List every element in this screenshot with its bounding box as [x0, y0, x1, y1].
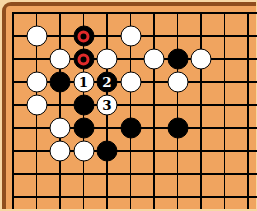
intersection-c7 [48, 140, 72, 163]
intersection-d4: 1 [72, 71, 96, 94]
grid-line-v [83, 186, 84, 209]
white-stone [73, 141, 94, 162]
grid-line-v [224, 71, 225, 94]
intersection-f8 [119, 163, 143, 186]
grid-line-h [12, 196, 24, 197]
intersection-f1 [119, 2, 143, 25]
intersection-b8 [25, 163, 49, 186]
grid-line-v [177, 12, 178, 24]
intersection-j2 [213, 25, 237, 48]
intersection-b6 [25, 117, 49, 140]
intersection-g7 [142, 140, 166, 163]
intersection-i8 [189, 163, 213, 186]
intersection-a3 [1, 48, 25, 71]
grid-line-h [12, 81, 24, 82]
intersection-b1 [25, 2, 49, 25]
intersection-b2 [25, 25, 49, 48]
grid-line-h [12, 127, 24, 128]
grid-line-v [200, 117, 201, 140]
circle-mark [78, 30, 90, 42]
white-stone [26, 72, 47, 93]
grid-line-v [130, 94, 131, 117]
grid-line-v [200, 71, 201, 94]
move-number: 3 [102, 98, 111, 112]
intersection-a9 [1, 186, 25, 209]
grid-line-v [12, 12, 13, 24]
intersection-k7 [236, 140, 257, 163]
grid-line-v [36, 117, 37, 140]
intersection-a8 [1, 163, 25, 186]
grid-line-v [247, 48, 248, 71]
intersection-k2 [236, 25, 257, 48]
grid-line-v [59, 94, 60, 117]
grid-line-v [153, 140, 154, 163]
grid-line-v [200, 140, 201, 163]
white-stone [97, 49, 118, 70]
grid-line-h [12, 150, 24, 151]
intersection-h1 [166, 2, 190, 25]
intersection-d8 [72, 163, 96, 186]
intersection-d3 [72, 48, 96, 71]
intersection-h2 [166, 25, 190, 48]
intersection-j8 [213, 163, 237, 186]
intersection-c3 [48, 48, 72, 71]
grid-line-v [224, 12, 225, 24]
intersection-e7 [95, 140, 119, 163]
intersection-h6 [166, 117, 190, 140]
grid-line-v [224, 140, 225, 163]
grid-line-v [177, 25, 178, 48]
black-stone [120, 118, 141, 139]
grid-line-v [224, 25, 225, 48]
intersection-h5 [166, 94, 190, 117]
grid-line-h [12, 35, 24, 36]
intersection-e8 [95, 163, 119, 186]
intersection-g5 [142, 94, 166, 117]
intersection-b9 [25, 186, 49, 209]
white-stone [50, 141, 71, 162]
grid-line-v [106, 186, 107, 209]
grid-line-v [130, 186, 131, 209]
intersection-g2 [142, 25, 166, 48]
intersection-g1 [142, 2, 166, 25]
black-stone [73, 118, 94, 139]
grid-line-v [106, 25, 107, 48]
grid-line-v [153, 12, 154, 24]
grid-line-v [106, 117, 107, 140]
intersection-f2 [119, 25, 143, 48]
intersection-i6 [189, 117, 213, 140]
intersection-i1 [189, 2, 213, 25]
grid-line-v [247, 163, 248, 186]
grid-line-v [59, 186, 60, 209]
grid-line-v [153, 71, 154, 94]
intersection-g4 [142, 71, 166, 94]
intersection-g6 [142, 117, 166, 140]
grid-line-v [153, 163, 154, 186]
intersection-c2 [48, 25, 72, 48]
intersection-d7 [72, 140, 96, 163]
black-stone [167, 118, 188, 139]
grid-line-v [12, 117, 13, 140]
grid-line-v [36, 12, 37, 24]
grid-line-v [247, 94, 248, 117]
white-stone [50, 118, 71, 139]
grid-line-v [153, 25, 154, 48]
grid-line-v [153, 117, 154, 140]
grid-line-v [130, 163, 131, 186]
intersection-h7 [166, 140, 190, 163]
white-stone [120, 72, 141, 93]
intersection-a2 [1, 25, 25, 48]
grid-line-v [153, 94, 154, 117]
grid-line-v [12, 48, 13, 71]
white-stone: 1 [73, 72, 94, 93]
intersection-h3 [166, 48, 190, 71]
intersection-b4 [25, 71, 49, 94]
intersection-h4 [166, 71, 190, 94]
grid-line-v [59, 163, 60, 186]
move-number: 2 [102, 75, 111, 89]
intersection-k1 [236, 2, 257, 25]
intersection-c9 [48, 186, 72, 209]
circle-mark [78, 53, 90, 65]
white-stone [50, 49, 71, 70]
grid-line-v [106, 163, 107, 186]
intersection-a1 [1, 2, 25, 25]
intersection-e6 [95, 117, 119, 140]
grid-line-v [36, 48, 37, 71]
grid-line-v [83, 163, 84, 186]
grid-line-v [200, 25, 201, 48]
grid-line-v [247, 186, 248, 209]
intersection-g3 [142, 48, 166, 71]
intersection-k9 [236, 186, 257, 209]
intersection-f7 [119, 140, 143, 163]
grid-line-v [177, 94, 178, 117]
intersection-j4 [213, 71, 237, 94]
grid-line-v [130, 48, 131, 71]
grid-line-h [12, 12, 24, 13]
grid-line-h [12, 173, 24, 174]
intersection-k6 [236, 117, 257, 140]
grid-line-v [106, 12, 107, 24]
grid-line-v [177, 140, 178, 163]
go-diagram: 123 [0, 0, 257, 211]
intersection-c8 [48, 163, 72, 186]
intersection-c6 [48, 117, 72, 140]
intersection-j6 [213, 117, 237, 140]
grid-line-v [224, 163, 225, 186]
grid-line-v [224, 94, 225, 117]
intersection-i2 [189, 25, 213, 48]
intersection-c1 [48, 2, 72, 25]
intersection-i7 [189, 140, 213, 163]
intersection-d2 [72, 25, 96, 48]
intersection-d5 [72, 94, 96, 117]
intersection-e1 [95, 2, 119, 25]
intersection-d9 [72, 186, 96, 209]
intersection-e4: 2 [95, 71, 119, 94]
grid-line-v [12, 71, 13, 94]
grid-line-v [224, 117, 225, 140]
intersection-b5 [25, 94, 49, 117]
intersection-a5 [1, 94, 25, 117]
grid-line-v [200, 94, 201, 117]
grid-line-v [59, 12, 60, 24]
intersection-k5 [236, 94, 257, 117]
white-stone: 3 [97, 95, 118, 116]
grid-line-v [12, 163, 13, 186]
intersection-j9 [213, 186, 237, 209]
grid-line-v [224, 186, 225, 209]
go-board-grid: 123 [1, 2, 257, 209]
grid-line-v [224, 48, 225, 71]
intersection-f4 [119, 71, 143, 94]
intersection-i9 [189, 186, 213, 209]
grid-line-v [177, 163, 178, 186]
black-stone [73, 49, 94, 70]
intersection-i4 [189, 71, 213, 94]
grid-line-v [153, 186, 154, 209]
black-stone: 2 [97, 72, 118, 93]
intersection-f6 [119, 117, 143, 140]
grid-line-v [36, 163, 37, 186]
intersection-e3 [95, 48, 119, 71]
intersection-g9 [142, 186, 166, 209]
white-stone [120, 26, 141, 47]
intersection-j1 [213, 2, 237, 25]
grid-line-v [130, 140, 131, 163]
grid-line-v [12, 186, 13, 209]
grid-line-v [12, 25, 13, 48]
intersection-c4 [48, 71, 72, 94]
intersection-e9 [95, 186, 119, 209]
intersection-k3 [236, 48, 257, 71]
intersection-b3 [25, 48, 49, 71]
intersection-f5 [119, 94, 143, 117]
intersection-g8 [142, 163, 166, 186]
grid-line-v [12, 94, 13, 117]
grid-line-v [177, 186, 178, 209]
intersection-f9 [119, 186, 143, 209]
black-stone [73, 95, 94, 116]
grid-line-v [247, 140, 248, 163]
intersection-h9 [166, 186, 190, 209]
intersection-j5 [213, 94, 237, 117]
white-stone [167, 72, 188, 93]
grid-line-v [200, 163, 201, 186]
grid-line-v [247, 71, 248, 94]
grid-line-v [247, 12, 248, 24]
intersection-i3 [189, 48, 213, 71]
grid-line-v [200, 12, 201, 24]
white-stone [144, 49, 165, 70]
black-stone [167, 49, 188, 70]
intersection-d1 [72, 2, 96, 25]
grid-line-v [36, 186, 37, 209]
white-stone [26, 95, 47, 116]
white-stone [26, 26, 47, 47]
grid-line-v [12, 140, 13, 163]
intersection-a6 [1, 117, 25, 140]
intersection-a7 [1, 140, 25, 163]
intersection-e2 [95, 25, 119, 48]
black-stone [50, 72, 71, 93]
intersection-j7 [213, 140, 237, 163]
grid-line-v [83, 12, 84, 24]
grid-line-v [200, 186, 201, 209]
intersection-b7 [25, 140, 49, 163]
grid-line-v [247, 117, 248, 140]
intersection-f3 [119, 48, 143, 71]
intersection-d6 [72, 117, 96, 140]
intersection-k8 [236, 163, 257, 186]
intersection-i5 [189, 94, 213, 117]
grid-line-v [36, 140, 37, 163]
black-stone [97, 141, 118, 162]
intersection-h8 [166, 163, 190, 186]
grid-line-v [247, 25, 248, 48]
grid-line-v [130, 12, 131, 24]
intersection-a4 [1, 71, 25, 94]
grid-line-h [12, 58, 24, 59]
intersection-c5 [48, 94, 72, 117]
intersection-e5: 3 [95, 94, 119, 117]
intersection-j3 [213, 48, 237, 71]
move-number: 1 [79, 75, 88, 89]
black-stone [73, 26, 94, 47]
grid-line-v [59, 25, 60, 48]
white-stone [191, 49, 212, 70]
grid-line-h [12, 104, 24, 105]
intersection-k4 [236, 71, 257, 94]
